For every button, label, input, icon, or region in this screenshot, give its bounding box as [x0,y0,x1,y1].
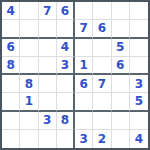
cell-r8c1[interactable] [2,130,20,148]
cell-r6c3[interactable] [39,93,57,111]
cell-r3c8[interactable] [130,39,148,57]
cell-r5c8[interactable]: 3 [130,75,148,93]
cell-r2c2[interactable] [20,20,38,38]
cell-r2c6[interactable]: 6 [93,20,111,38]
cell-r5c7[interactable] [112,75,130,93]
cell-r8c6[interactable]: 2 [93,130,111,148]
cell-r2c8[interactable] [130,20,148,38]
cell-r4c8[interactable] [130,57,148,75]
cell-r1c7[interactable] [112,2,130,20]
cell-r5c4[interactable] [57,75,75,93]
cell-r2c3[interactable] [39,20,57,38]
cell-r4c1[interactable]: 8 [2,57,20,75]
cell-r1c2[interactable] [20,2,38,20]
cell-r2c7[interactable] [112,20,130,38]
cell-r5c1[interactable] [2,75,20,93]
cell-r6c2[interactable]: 1 [20,93,38,111]
cell-r6c4[interactable] [57,93,75,111]
cell-r5c3[interactable] [39,75,57,93]
cell-r8c8[interactable]: 4 [130,130,148,148]
cell-r7c3[interactable]: 3 [39,112,57,130]
cell-r1c3[interactable]: 7 [39,2,57,20]
cell-r2c1[interactable] [2,20,20,38]
cell-r5c5[interactable]: 6 [75,75,93,93]
cell-r3c3[interactable] [39,39,57,57]
cell-r6c7[interactable] [112,93,130,111]
cell-r6c8[interactable]: 5 [130,93,148,111]
cell-r3c6[interactable] [93,39,111,57]
cell-r4c3[interactable] [39,57,57,75]
cell-r4c4[interactable]: 3 [57,57,75,75]
cell-r7c4[interactable]: 8 [57,112,75,130]
cell-r8c2[interactable] [20,130,38,148]
cell-r4c7[interactable]: 6 [112,57,130,75]
cell-r4c5[interactable]: 1 [75,57,93,75]
cell-r2c4[interactable] [57,20,75,38]
sudoku-board: 47676645831686731538324 [0,0,150,150]
cell-r7c8[interactable] [130,112,148,130]
cell-r6c5[interactable] [75,93,93,111]
cell-r7c2[interactable] [20,112,38,130]
cell-r5c6[interactable]: 7 [93,75,111,93]
cell-r3c1[interactable]: 6 [2,39,20,57]
cell-r1c8[interactable] [130,2,148,20]
cell-r8c5[interactable]: 3 [75,130,93,148]
cell-r6c1[interactable] [2,93,20,111]
cell-r8c7[interactable] [112,130,130,148]
cell-r3c4[interactable]: 4 [57,39,75,57]
cell-r8c4[interactable] [57,130,75,148]
cell-r3c5[interactable] [75,39,93,57]
cell-r1c1[interactable]: 4 [2,2,20,20]
cell-r7c6[interactable] [93,112,111,130]
cell-r3c2[interactable] [20,39,38,57]
cell-r4c2[interactable] [20,57,38,75]
cell-r3c7[interactable]: 5 [112,39,130,57]
cell-r4c6[interactable] [93,57,111,75]
cell-r8c3[interactable] [39,130,57,148]
cell-r6c6[interactable] [93,93,111,111]
cell-r5c2[interactable]: 8 [20,75,38,93]
cell-r1c4[interactable]: 6 [57,2,75,20]
cell-r7c5[interactable] [75,112,93,130]
cell-r7c7[interactable] [112,112,130,130]
cell-r7c1[interactable] [2,112,20,130]
cell-r2c5[interactable]: 7 [75,20,93,38]
cell-r1c6[interactable] [93,2,111,20]
cell-r1c5[interactable] [75,2,93,20]
